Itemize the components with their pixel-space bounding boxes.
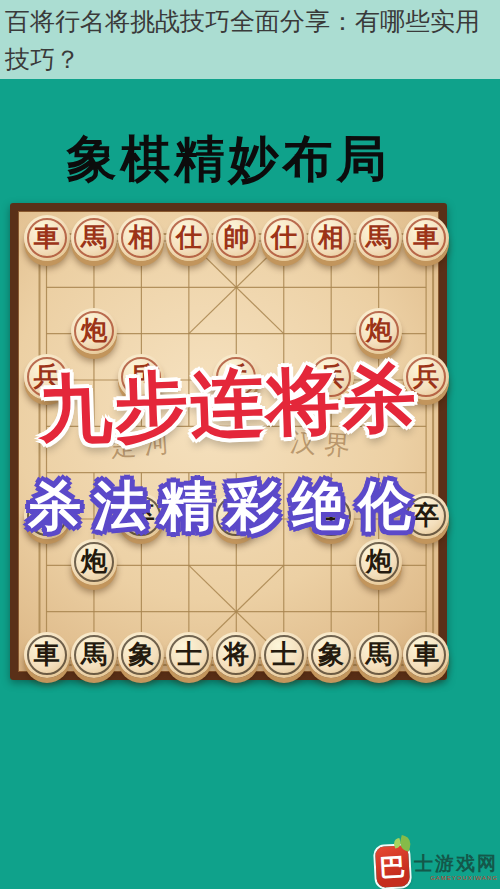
piece-black-f7r7[interactable]: 炮	[356, 539, 402, 585]
logo-seal: 巴	[375, 845, 410, 888]
overlay-red-text: 九步连将杀	[0, 358, 457, 448]
piece-glyph: 馬	[366, 641, 392, 667]
piece-glyph: 車	[34, 641, 60, 667]
piece-glyph: 馬	[81, 641, 107, 667]
piece-red-f7r2[interactable]: 炮	[356, 308, 402, 354]
site-logo[interactable]: 巴 士游戏网 GAMEYOUXIWANG	[376, 846, 498, 887]
overlay-blue-text: 杀法精彩绝伦	[0, 477, 452, 535]
piece-glyph: 士	[271, 641, 297, 667]
piece-glyph: 仕	[271, 224, 297, 250]
banner-title: 象棋精妙布局	[67, 129, 391, 188]
logo-subtext: GAMEYOUXIWANG	[430, 875, 498, 881]
piece-glyph: 炮	[366, 317, 392, 343]
logo-text: 士游戏网	[414, 852, 498, 875]
piece-glyph: 帥	[223, 224, 249, 250]
piece-red-f6r0[interactable]: 相	[308, 215, 354, 261]
piece-glyph: 象	[128, 641, 154, 667]
piece-glyph: 相	[128, 224, 154, 250]
piece-red-f4r0[interactable]: 帥	[213, 215, 259, 261]
page-title: 百将行名将挑战技巧全面分享：有哪些实用技巧？	[5, 2, 495, 78]
piece-glyph: 車	[413, 224, 439, 250]
piece-black-f0r9[interactable]: 車	[24, 632, 70, 678]
piece-red-f7r0[interactable]: 馬	[356, 215, 402, 261]
piece-red-f0r0[interactable]: 車	[24, 215, 70, 261]
banner: 象棋精妙布局	[10, 131, 447, 186]
piece-glyph: 象	[318, 641, 344, 667]
piece-black-f5r9[interactable]: 士	[261, 632, 307, 678]
piece-glyph: 車	[413, 641, 439, 667]
piece-black-f6r9[interactable]: 象	[308, 632, 354, 678]
piece-glyph: 炮	[81, 548, 107, 574]
piece-black-f4r9[interactable]: 将	[213, 632, 259, 678]
piece-black-f1r9[interactable]: 馬	[71, 632, 117, 678]
piece-glyph: 士	[176, 641, 202, 667]
piece-red-f1r2[interactable]: 炮	[71, 308, 117, 354]
title-bar: 百将行名将挑战技巧全面分享：有哪些实用技巧？	[0, 0, 500, 79]
piece-glyph: 馬	[366, 224, 392, 250]
piece-black-f1r7[interactable]: 炮	[71, 539, 117, 585]
piece-glyph: 将	[223, 641, 249, 667]
piece-red-f8r0[interactable]: 車	[403, 215, 449, 261]
piece-glyph: 馬	[81, 224, 107, 250]
piece-red-f1r0[interactable]: 馬	[71, 215, 117, 261]
piece-red-f5r0[interactable]: 仕	[261, 215, 307, 261]
logo-text-column: 士游戏网 GAMEYOUXIWANG	[414, 852, 498, 881]
logo-seal-char: 巴	[379, 853, 406, 880]
piece-glyph: 仕	[176, 224, 202, 250]
piece-glyph: 相	[318, 224, 344, 250]
piece-black-f7r9[interactable]: 馬	[356, 632, 402, 678]
piece-glyph: 車	[34, 224, 60, 250]
piece-glyph: 炮	[366, 548, 392, 574]
page-canvas: 百将行名将挑战技巧全面分享：有哪些实用技巧？ 象棋精妙布局 楚河 汉界 車馬相仕…	[0, 0, 500, 889]
piece-red-f3r0[interactable]: 仕	[166, 215, 212, 261]
overlay-red-text-label: 九步连将杀	[37, 353, 420, 452]
piece-glyph: 炮	[81, 317, 107, 343]
piece-black-f3r9[interactable]: 士	[166, 632, 212, 678]
piece-black-f8r9[interactable]: 車	[403, 632, 449, 678]
overlay-blue-text-label: 杀法精彩绝伦	[28, 475, 424, 536]
